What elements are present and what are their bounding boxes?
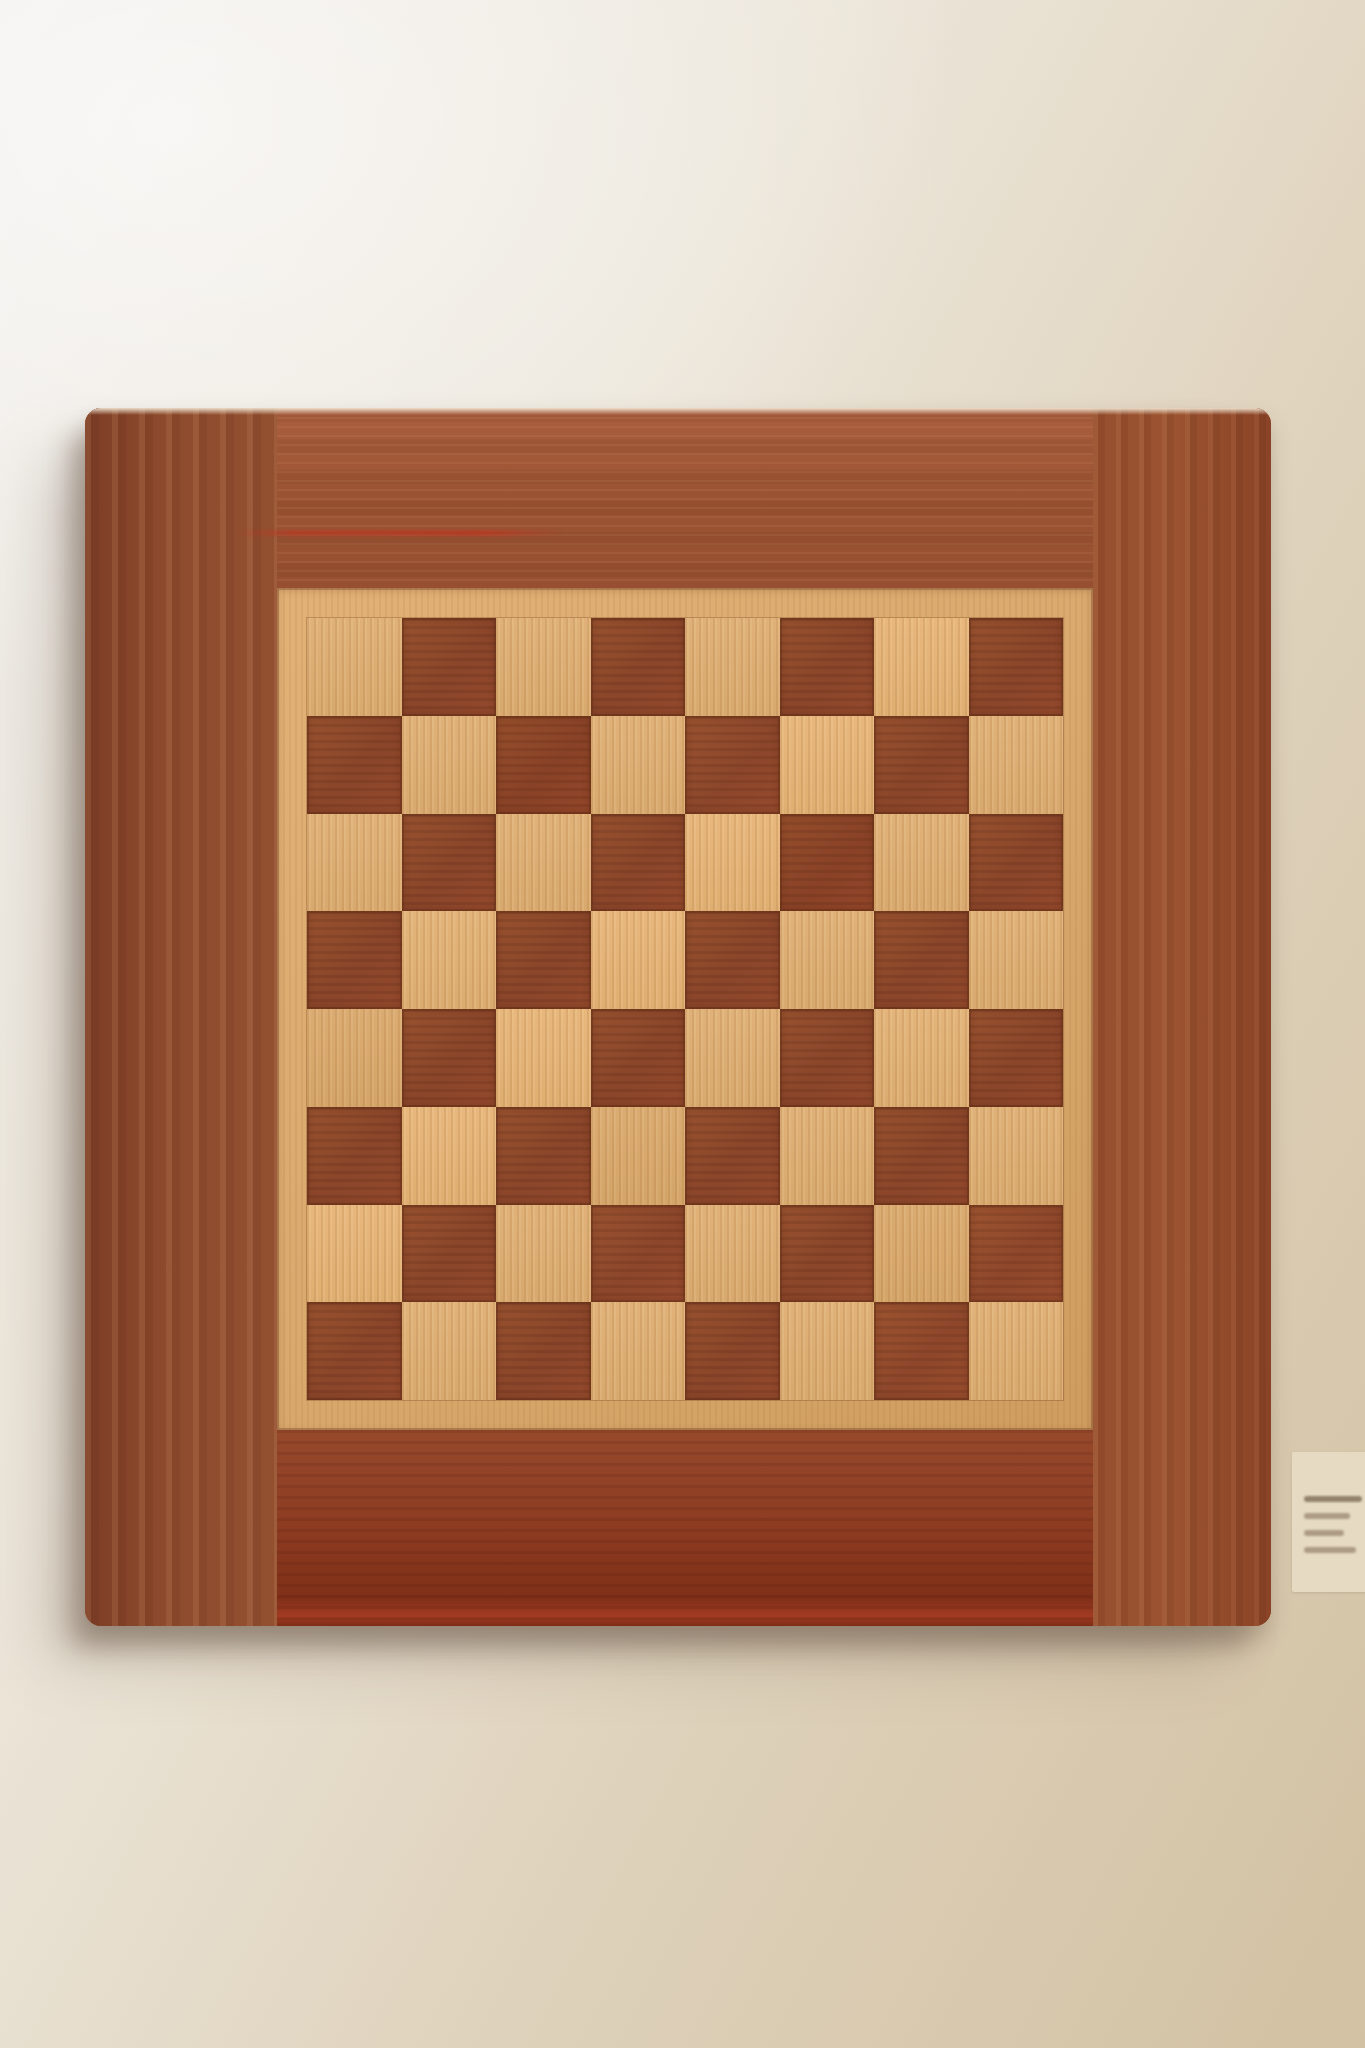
- board-square: [591, 814, 686, 912]
- board-square: [591, 911, 686, 1009]
- board-square: [874, 618, 969, 716]
- board-square: [685, 1009, 780, 1107]
- board-square: [496, 716, 591, 814]
- board-square: [685, 1107, 780, 1205]
- board-square: [402, 716, 497, 814]
- board-square: [591, 1302, 686, 1400]
- board-square: [591, 618, 686, 716]
- board-square: [591, 1205, 686, 1303]
- board-square: [307, 1205, 402, 1303]
- board-square: [685, 814, 780, 912]
- board-square: [591, 1009, 686, 1107]
- board-square: [496, 1009, 591, 1107]
- board-square: [969, 1009, 1064, 1107]
- board-square: [969, 911, 1064, 1009]
- board-top-edge-highlight: [85, 408, 1271, 415]
- label-text-line: [1304, 1513, 1350, 1519]
- board-square: [685, 911, 780, 1009]
- board-square: [496, 814, 591, 912]
- board-square: [874, 1107, 969, 1205]
- board-square: [307, 1009, 402, 1107]
- gallery-label: [1292, 1452, 1365, 1592]
- board-playing-field: [277, 588, 1093, 1430]
- board-square: [496, 618, 591, 716]
- board-square: [874, 814, 969, 912]
- board-square: [402, 1009, 497, 1107]
- board-square: [780, 716, 875, 814]
- checkerboard-grid: [307, 618, 1063, 1400]
- board-square: [780, 1009, 875, 1107]
- board-square: [874, 716, 969, 814]
- board-square: [969, 716, 1064, 814]
- game-board: [85, 408, 1271, 1626]
- board-square: [496, 1205, 591, 1303]
- board-square: [307, 911, 402, 1009]
- board-square: [402, 814, 497, 912]
- board-square: [307, 1302, 402, 1400]
- red-streak-mark: [235, 530, 565, 536]
- board-square: [969, 1302, 1064, 1400]
- board-square: [969, 814, 1064, 912]
- board-square: [969, 1107, 1064, 1205]
- board-square: [874, 1009, 969, 1107]
- label-text-line: [1304, 1530, 1344, 1536]
- board-square: [591, 1107, 686, 1205]
- board-square: [402, 1107, 497, 1205]
- board-square: [780, 911, 875, 1009]
- board-square: [402, 1205, 497, 1303]
- board-square: [780, 618, 875, 716]
- frame-left-rail: [85, 408, 277, 1626]
- board-square: [496, 1107, 591, 1205]
- frame-bottom-rail: [277, 1430, 1093, 1626]
- gallery-wall: [0, 0, 1365, 2048]
- frame-top-rail: [277, 408, 1093, 588]
- board-square: [969, 618, 1064, 716]
- board-square: [780, 1302, 875, 1400]
- board-square: [307, 1107, 402, 1205]
- frame-right-rail: [1093, 408, 1271, 1626]
- board-square: [874, 1205, 969, 1303]
- board-square: [874, 911, 969, 1009]
- board-square: [874, 1302, 969, 1400]
- label-text-line: [1304, 1547, 1356, 1553]
- board-square: [969, 1205, 1064, 1303]
- board-square: [685, 1205, 780, 1303]
- board-square: [685, 1302, 780, 1400]
- board-square: [496, 1302, 591, 1400]
- board-square: [496, 911, 591, 1009]
- board-square: [780, 814, 875, 912]
- board-square: [591, 716, 686, 814]
- board-square: [780, 1107, 875, 1205]
- board-square: [402, 1302, 497, 1400]
- board-square: [307, 814, 402, 912]
- board-square: [685, 618, 780, 716]
- board-square: [307, 716, 402, 814]
- board-square: [307, 618, 402, 716]
- board-square: [402, 911, 497, 1009]
- label-text-line: [1304, 1496, 1362, 1502]
- board-square: [780, 1205, 875, 1303]
- board-square: [685, 716, 780, 814]
- board-square: [402, 618, 497, 716]
